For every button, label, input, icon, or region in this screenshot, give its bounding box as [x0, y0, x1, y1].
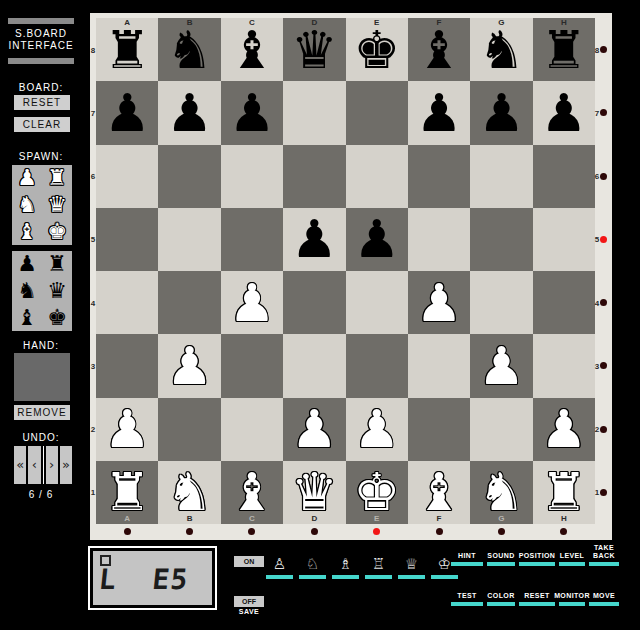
save-label: SAVE	[230, 608, 268, 615]
reset-button[interactable]: RESET	[14, 95, 70, 110]
file-led-f	[436, 528, 443, 535]
white-bishop-icon[interactable]: ♝	[229, 466, 276, 518]
rank-led-1	[600, 489, 607, 496]
q-piece-icon: ♕	[405, 556, 418, 573]
square-d2[interactable]: ♟	[283, 398, 345, 461]
p-piece-icon: ♙	[273, 556, 286, 573]
file-label-bottom: F	[433, 514, 445, 523]
level-button[interactable]: LEVEL	[559, 544, 585, 566]
undo-rewind-button[interactable]: «	[14, 446, 26, 484]
move-button[interactable]: MOVE	[589, 584, 619, 606]
spawn-black-king[interactable]: ♚	[42, 304, 72, 331]
black-bishop-icon[interactable]: ♝	[229, 24, 276, 76]
square-h5[interactable]	[533, 208, 595, 271]
file-label-top: G	[495, 18, 507, 27]
square-c6[interactable]	[221, 145, 283, 208]
rank-label-left: 6	[87, 172, 99, 181]
square-g5[interactable]	[470, 208, 532, 271]
black-bishop-icon[interactable]: ♝	[416, 24, 463, 76]
spawn-black-knight[interactable]: ♞	[12, 278, 42, 305]
square-f6[interactable]	[408, 145, 470, 208]
white-knight-icon[interactable]: ♞	[166, 466, 213, 518]
spawn-white-pawn[interactable]: ♟	[12, 165, 42, 192]
spawn-white-king[interactable]: ♚	[42, 218, 72, 245]
square-c5[interactable]	[221, 208, 283, 271]
square-d6[interactable]	[283, 145, 345, 208]
rank-label-left: 1	[87, 488, 99, 497]
announce-rook-button[interactable]: ♖	[365, 556, 392, 579]
sound-button[interactable]: SOUND	[487, 544, 515, 566]
file-led-b	[186, 528, 193, 535]
control-underline	[519, 562, 555, 566]
control-underline	[559, 562, 585, 566]
square-a8[interactable]: ♜	[96, 18, 158, 81]
white-pawn-icon[interactable]: ♟	[166, 340, 213, 392]
control-label: LEVEL	[560, 552, 585, 560]
piece-button-underline	[431, 575, 458, 579]
rank-label-left: 2	[87, 425, 99, 434]
undo-forward-button[interactable]: ›	[46, 446, 58, 484]
square-h4[interactable]	[533, 271, 595, 334]
white-rook-icon[interactable]: ♜	[104, 466, 151, 518]
spawn-white-panel: ♟♜♞♛♝♚	[12, 165, 72, 245]
file-led-e	[373, 528, 380, 535]
square-e3[interactable]	[346, 334, 408, 397]
file-label-top: B	[184, 18, 196, 27]
square-d7[interactable]	[283, 81, 345, 144]
control-label: MONITOR	[554, 592, 590, 600]
control-label: MOVE	[593, 592, 615, 600]
file-label-top: H	[558, 18, 570, 27]
file-led-c	[248, 528, 255, 535]
black-knight-icon[interactable]: ♞	[166, 24, 213, 76]
rank-label-left: 4	[87, 299, 99, 308]
control-label: SOUND	[487, 552, 514, 560]
file-label-top: E	[371, 18, 383, 27]
square-f8[interactable]: ♝	[408, 18, 470, 81]
black-queen-icon[interactable]: ♛	[291, 24, 338, 76]
rank-led-3	[600, 362, 607, 369]
spawn-black-rook[interactable]: ♜	[42, 251, 72, 278]
square-g2[interactable]	[470, 398, 532, 461]
file-led-g	[498, 528, 505, 535]
control-underline	[487, 602, 515, 606]
control-label: COLOR	[487, 592, 514, 600]
control-label: RESET	[524, 592, 549, 600]
control-label: TEST	[457, 592, 477, 600]
white-pawn-icon[interactable]: ♟	[478, 340, 525, 392]
rank-led-7	[600, 109, 607, 116]
app-title: S.BOARD INTERFACE	[0, 28, 82, 52]
hand-slot[interactable]	[14, 353, 70, 401]
square-h3[interactable]	[533, 334, 595, 397]
square-f7[interactable]: ♟	[408, 81, 470, 144]
spawn-white-knight[interactable]: ♞	[12, 192, 42, 219]
square-c3[interactable]	[221, 334, 283, 397]
title-divider-bottom	[8, 58, 74, 64]
rank-led-6	[600, 173, 607, 180]
control-underline	[589, 602, 619, 606]
file-label-bottom: B	[184, 514, 196, 523]
black-pawn-icon[interactable]: ♟	[353, 213, 400, 265]
square-d5[interactable]: ♟	[283, 208, 345, 271]
control-underline	[519, 602, 555, 606]
file-led-d	[311, 528, 318, 535]
spawn-black-panel: ♟♜♞♛♝♚	[12, 251, 72, 331]
square-b4[interactable]	[158, 271, 220, 334]
square-b2[interactable]	[158, 398, 220, 461]
lcd-screen: L E5	[93, 551, 212, 605]
control-label: POSITION	[519, 552, 556, 560]
undo-back-button[interactable]: ‹	[28, 446, 40, 484]
test-button[interactable]: TEST	[451, 584, 483, 606]
chess-computer-interface: S.BOARD INTERFACE BOARD: RESET CLEAR SPA…	[0, 0, 640, 630]
square-e4[interactable]	[346, 271, 408, 334]
square-g4[interactable]	[470, 271, 532, 334]
undo-controls: «‹›»	[14, 446, 72, 484]
white-pawn-icon[interactable]: ♟	[229, 277, 276, 329]
square-c8[interactable]: ♝	[221, 18, 283, 81]
chess-board: ♜♞♝♛♚♝♞♜♟♟♟♟♟♟♟♟♟♟♟♟♟♟♟♟♜♞♝♛♚♝♞♜ AABBCCD…	[90, 13, 612, 540]
undo-position-marker	[43, 446, 44, 484]
square-a6[interactable]	[96, 145, 158, 208]
n-piece-icon: ♘	[306, 556, 319, 573]
square-d4[interactable]	[283, 271, 345, 334]
lcd-text: L E5	[97, 563, 190, 596]
white-bishop-icon[interactable]: ♝	[416, 466, 463, 518]
piece-button-underline	[332, 575, 359, 579]
black-rook-icon[interactable]: ♜	[541, 24, 588, 76]
black-pawn-icon[interactable]: ♟	[229, 87, 276, 139]
square-h6[interactable]	[533, 145, 595, 208]
black-pawn-icon[interactable]: ♟	[541, 87, 588, 139]
square-f3[interactable]	[408, 334, 470, 397]
square-h8[interactable]: ♜	[533, 18, 595, 81]
square-e2[interactable]: ♟	[346, 398, 408, 461]
k-piece-icon: ♔	[438, 556, 451, 573]
color-button[interactable]: COLOR	[487, 584, 515, 606]
rank-led-4	[600, 299, 607, 306]
control-underline	[451, 562, 483, 566]
square-a2[interactable]: ♟	[96, 398, 158, 461]
square-b5[interactable]	[158, 208, 220, 271]
black-pawn-icon[interactable]: ♟	[166, 87, 213, 139]
black-pawn-icon[interactable]: ♟	[291, 213, 338, 265]
control-underline	[451, 602, 483, 606]
rank-led-8	[600, 46, 607, 53]
control-underline	[487, 562, 515, 566]
control-underline	[589, 562, 619, 566]
control-label: TAKE BACK	[589, 544, 619, 560]
white-king-icon[interactable]: ♚	[353, 466, 400, 518]
announce-queen-button[interactable]: ♕	[398, 556, 425, 579]
black-knight-icon[interactable]: ♞	[478, 24, 525, 76]
file-label-top: F	[433, 18, 445, 27]
piece-button-underline	[266, 575, 293, 579]
square-f5[interactable]	[408, 208, 470, 271]
hint-button[interactable]: HINT	[451, 544, 483, 566]
white-knight-icon[interactable]: ♞	[478, 466, 525, 518]
clear-button[interactable]: CLEAR	[14, 117, 70, 132]
spawn-white-rook[interactable]: ♜	[42, 165, 72, 192]
board-section-label: BOARD:	[0, 82, 82, 93]
file-label-bottom: E	[371, 514, 383, 523]
rank-label-left: 3	[87, 362, 99, 371]
square-h2[interactable]: ♟	[533, 398, 595, 461]
undo-counter: 6 / 6	[0, 489, 82, 500]
white-pawn-icon[interactable]: ♟	[291, 403, 338, 455]
control-underline	[559, 602, 585, 606]
black-pawn-icon[interactable]: ♟	[478, 87, 525, 139]
take-back-button[interactable]: TAKE BACK	[589, 544, 619, 566]
square-c4[interactable]: ♟	[221, 271, 283, 334]
square-a3[interactable]	[96, 334, 158, 397]
piece-button-underline	[365, 575, 392, 579]
white-pawn-icon[interactable]: ♟	[353, 403, 400, 455]
square-c2[interactable]	[221, 398, 283, 461]
rank-label-left: 5	[87, 235, 99, 244]
board-squares: ♜♞♝♛♚♝♞♜♟♟♟♟♟♟♟♟♟♟♟♟♟♟♟♟♜♞♝♛♚♝♞♜	[96, 18, 595, 524]
undo-section-label: UNDO:	[0, 432, 82, 443]
file-label-top: C	[246, 18, 258, 27]
file-label-bottom: D	[308, 514, 320, 523]
piece-button-row: ♙♘♗♖♕♔	[266, 556, 458, 579]
rank-led-2	[600, 426, 607, 433]
off-button[interactable]: OFF	[234, 596, 264, 607]
piece-button-underline	[398, 575, 425, 579]
black-pawn-icon[interactable]: ♟	[104, 87, 151, 139]
spawn-white-bishop[interactable]: ♝	[12, 218, 42, 245]
spawn-black-queen[interactable]: ♛	[42, 278, 72, 305]
square-b8[interactable]: ♞	[158, 18, 220, 81]
file-label-bottom: A	[121, 514, 133, 523]
square-c7[interactable]: ♟	[221, 81, 283, 144]
rank-label-left: 7	[87, 109, 99, 118]
square-b3[interactable]: ♟	[158, 334, 220, 397]
lcd-display: L E5	[88, 546, 217, 610]
file-led-h	[560, 528, 567, 535]
reset-button[interactable]: RESET	[519, 584, 555, 606]
square-g7[interactable]: ♟	[470, 81, 532, 144]
r-piece-icon: ♖	[372, 556, 385, 573]
hand-section-label: HAND:	[0, 340, 82, 351]
spawn-black-pawn[interactable]: ♟	[12, 251, 42, 278]
square-e5[interactable]: ♟	[346, 208, 408, 271]
square-a4[interactable]	[96, 271, 158, 334]
b-piece-icon: ♗	[339, 556, 352, 573]
remove-button[interactable]: REMOVE	[14, 405, 70, 420]
square-e8[interactable]: ♚	[346, 18, 408, 81]
undo-fastforward-button[interactable]: »	[60, 446, 72, 484]
square-b6[interactable]	[158, 145, 220, 208]
control-label: HINT	[458, 552, 476, 560]
file-label-top: D	[308, 18, 320, 27]
white-pawn-icon[interactable]: ♟	[541, 403, 588, 455]
announce-bishop-button[interactable]: ♗	[332, 556, 359, 579]
file-label-bottom: G	[495, 514, 507, 523]
spawn-black-bishop[interactable]: ♝	[12, 304, 42, 331]
position-button[interactable]: POSITION	[519, 544, 555, 566]
square-d3[interactable]	[283, 334, 345, 397]
announce-pawn-button[interactable]: ♙	[266, 556, 293, 579]
black-pawn-icon[interactable]: ♟	[416, 87, 463, 139]
white-rook-icon[interactable]: ♜	[541, 466, 588, 518]
monitor-button[interactable]: MONITOR	[559, 584, 585, 606]
piece-button-underline	[299, 575, 326, 579]
square-e6[interactable]	[346, 145, 408, 208]
spawn-white-queen[interactable]: ♛	[42, 192, 72, 219]
title-divider-top	[8, 18, 74, 24]
square-g6[interactable]	[470, 145, 532, 208]
rank-label-left: 8	[87, 46, 99, 55]
square-g3[interactable]: ♟	[470, 334, 532, 397]
square-f2[interactable]	[408, 398, 470, 461]
square-d8[interactable]: ♛	[283, 18, 345, 81]
file-led-a	[124, 528, 131, 535]
white-pawn-icon[interactable]: ♟	[104, 403, 151, 455]
square-b7[interactable]: ♟	[158, 81, 220, 144]
square-h7[interactable]: ♟	[533, 81, 595, 144]
file-label-bottom: H	[558, 514, 570, 523]
on-button[interactable]: ON	[234, 556, 264, 567]
spawn-section-label: SPAWN:	[0, 151, 82, 162]
square-g8[interactable]: ♞	[470, 18, 532, 81]
square-a5[interactable]	[96, 208, 158, 271]
white-pawn-icon[interactable]: ♟	[416, 277, 463, 329]
square-a7[interactable]: ♟	[96, 81, 158, 144]
file-label-bottom: C	[246, 514, 258, 523]
file-label-top: A	[121, 18, 133, 27]
square-e7[interactable]	[346, 81, 408, 144]
white-queen-icon[interactable]: ♛	[291, 466, 338, 518]
black-king-icon[interactable]: ♚	[353, 24, 400, 76]
square-f4[interactable]: ♟	[408, 271, 470, 334]
black-rook-icon[interactable]: ♜	[104, 24, 151, 76]
rank-led-5	[600, 236, 607, 243]
announce-knight-button[interactable]: ♘	[299, 556, 326, 579]
